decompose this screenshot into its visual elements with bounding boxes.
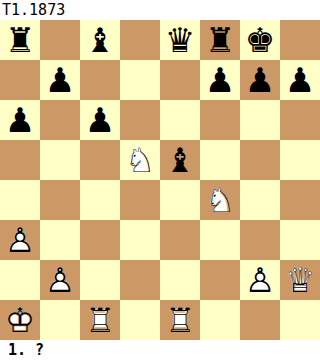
black-bishop[interactable]: ♝ <box>80 20 120 60</box>
white-knight[interactable]: ♘ <box>120 140 160 180</box>
square-a7[interactable] <box>0 60 40 100</box>
black-pawn[interactable]: ♟ <box>280 60 320 100</box>
white-king-fill: ♚ <box>0 300 40 340</box>
square-c1[interactable]: ♜♖ <box>80 300 120 340</box>
square-d5[interactable]: ♞♘ <box>120 140 160 180</box>
white-pawn[interactable]: ♙ <box>0 220 40 260</box>
square-g4[interactable] <box>240 180 280 220</box>
square-g6[interactable] <box>240 100 280 140</box>
square-c6[interactable]: ♟ <box>80 100 120 140</box>
black-pawn[interactable]: ♟ <box>240 60 280 100</box>
white-king[interactable]: ♔ <box>0 300 40 340</box>
black-pawn[interactable]: ♟ <box>40 60 80 100</box>
square-h1[interactable] <box>280 300 320 340</box>
square-c8[interactable]: ♝ <box>80 20 120 60</box>
white-pawn-fill: ♟ <box>240 260 280 300</box>
black-king[interactable]: ♚ <box>240 20 280 60</box>
square-d7[interactable] <box>120 60 160 100</box>
square-e4[interactable] <box>160 180 200 220</box>
square-a4[interactable] <box>0 180 40 220</box>
square-h2[interactable]: ♛♕ <box>280 260 320 300</box>
square-f5[interactable] <box>200 140 240 180</box>
square-g2[interactable]: ♟♙ <box>240 260 280 300</box>
move-prompt: 1. ? <box>8 341 44 359</box>
black-bishop[interactable]: ♝ <box>160 140 200 180</box>
white-pawn[interactable]: ♙ <box>40 260 80 300</box>
square-a6[interactable]: ♟ <box>0 100 40 140</box>
square-a2[interactable] <box>0 260 40 300</box>
square-e7[interactable] <box>160 60 200 100</box>
square-h5[interactable] <box>280 140 320 180</box>
square-c3[interactable] <box>80 220 120 260</box>
white-pawn[interactable]: ♙ <box>240 260 280 300</box>
square-b8[interactable] <box>40 20 80 60</box>
square-e1[interactable]: ♜♖ <box>160 300 200 340</box>
square-h3[interactable] <box>280 220 320 260</box>
square-d4[interactable] <box>120 180 160 220</box>
white-rook-fill: ♜ <box>160 300 200 340</box>
square-g8[interactable]: ♚ <box>240 20 280 60</box>
chess-board: ♜♝♛♜♚♟♟♟♟♟♟♞♘♝♞♘♟♙♟♙♟♙♛♕♚♔♜♖♜♖ <box>0 20 320 340</box>
square-c2[interactable] <box>80 260 120 300</box>
square-g1[interactable] <box>240 300 280 340</box>
square-b2[interactable]: ♟♙ <box>40 260 80 300</box>
square-e8[interactable]: ♛ <box>160 20 200 60</box>
white-pawn-fill: ♟ <box>0 220 40 260</box>
square-a5[interactable] <box>0 140 40 180</box>
black-rook[interactable]: ♜ <box>0 20 40 60</box>
black-pawn[interactable]: ♟ <box>80 100 120 140</box>
square-a1[interactable]: ♚♔ <box>0 300 40 340</box>
square-d1[interactable] <box>120 300 160 340</box>
white-queen[interactable]: ♕ <box>280 260 320 300</box>
square-e3[interactable] <box>160 220 200 260</box>
square-b1[interactable] <box>40 300 80 340</box>
square-g5[interactable] <box>240 140 280 180</box>
square-b6[interactable] <box>40 100 80 140</box>
square-f6[interactable] <box>200 100 240 140</box>
square-f4[interactable]: ♞♘ <box>200 180 240 220</box>
black-pawn[interactable]: ♟ <box>200 60 240 100</box>
white-knight-fill: ♞ <box>120 140 160 180</box>
square-a3[interactable]: ♟♙ <box>0 220 40 260</box>
square-c5[interactable] <box>80 140 120 180</box>
square-b4[interactable] <box>40 180 80 220</box>
square-d6[interactable] <box>120 100 160 140</box>
white-rook[interactable]: ♖ <box>80 300 120 340</box>
puzzle-title: T1.1873 <box>2 1 65 19</box>
white-rook-fill: ♜ <box>80 300 120 340</box>
square-f7[interactable]: ♟ <box>200 60 240 100</box>
square-f1[interactable] <box>200 300 240 340</box>
square-b5[interactable] <box>40 140 80 180</box>
square-d8[interactable] <box>120 20 160 60</box>
white-rook[interactable]: ♖ <box>160 300 200 340</box>
square-b3[interactable] <box>40 220 80 260</box>
square-h8[interactable] <box>280 20 320 60</box>
square-g7[interactable]: ♟ <box>240 60 280 100</box>
square-e6[interactable] <box>160 100 200 140</box>
square-e5[interactable]: ♝ <box>160 140 200 180</box>
square-d2[interactable] <box>120 260 160 300</box>
square-e2[interactable] <box>160 260 200 300</box>
square-c4[interactable] <box>80 180 120 220</box>
white-knight[interactable]: ♘ <box>200 180 240 220</box>
square-h6[interactable] <box>280 100 320 140</box>
white-queen-fill: ♛ <box>280 260 320 300</box>
square-f2[interactable] <box>200 260 240 300</box>
square-h4[interactable] <box>280 180 320 220</box>
square-b7[interactable]: ♟ <box>40 60 80 100</box>
black-rook[interactable]: ♜ <box>200 20 240 60</box>
square-d3[interactable] <box>120 220 160 260</box>
square-a8[interactable]: ♜ <box>0 20 40 60</box>
square-h7[interactable]: ♟ <box>280 60 320 100</box>
square-c7[interactable] <box>80 60 120 100</box>
black-queen[interactable]: ♛ <box>160 20 200 60</box>
black-pawn[interactable]: ♟ <box>0 100 40 140</box>
square-f3[interactable] <box>200 220 240 260</box>
square-g3[interactable] <box>240 220 280 260</box>
square-f8[interactable]: ♜ <box>200 20 240 60</box>
white-knight-fill: ♞ <box>200 180 240 220</box>
white-pawn-fill: ♟ <box>40 260 80 300</box>
